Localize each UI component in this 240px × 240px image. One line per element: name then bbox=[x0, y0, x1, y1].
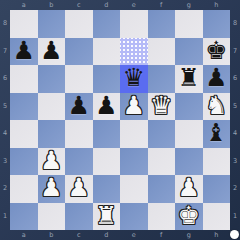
white-pawn[interactable]: ♟ bbox=[40, 175, 62, 200]
square-a8[interactable] bbox=[10, 10, 38, 38]
square-c8[interactable] bbox=[65, 10, 93, 38]
black-king[interactable]: ♚ bbox=[205, 38, 227, 63]
coord-label: c bbox=[65, 0, 93, 10]
square-c4[interactable] bbox=[65, 120, 93, 148]
white-rook[interactable]: ♜ bbox=[95, 203, 117, 228]
square-g8[interactable] bbox=[175, 10, 203, 38]
square-e3[interactable] bbox=[120, 148, 148, 176]
square-e7[interactable] bbox=[120, 38, 148, 66]
white-king[interactable]: ♚ bbox=[178, 203, 200, 228]
coord-label: g bbox=[175, 0, 203, 10]
rank-labels-right: 87654321 bbox=[230, 10, 240, 230]
square-e6[interactable]: ♛ bbox=[120, 65, 148, 93]
coord-label: b bbox=[38, 0, 66, 10]
coord-label: d bbox=[93, 230, 121, 240]
square-f4[interactable] bbox=[148, 120, 176, 148]
square-f7[interactable] bbox=[148, 38, 176, 66]
square-b1[interactable] bbox=[38, 203, 66, 231]
square-g3[interactable] bbox=[175, 148, 203, 176]
square-f3[interactable] bbox=[148, 148, 176, 176]
square-h5[interactable]: ♞ bbox=[203, 93, 231, 121]
coord-label: 4 bbox=[230, 120, 240, 148]
square-c3[interactable] bbox=[65, 148, 93, 176]
square-e4[interactable] bbox=[120, 120, 148, 148]
square-d1[interactable]: ♜ bbox=[93, 203, 121, 231]
square-e2[interactable] bbox=[120, 175, 148, 203]
coord-label: 8 bbox=[230, 10, 240, 38]
black-pawn[interactable]: ♟ bbox=[95, 93, 117, 118]
coord-label: f bbox=[148, 0, 176, 10]
coord-label: b bbox=[38, 230, 66, 240]
white-pawn[interactable]: ♟ bbox=[40, 148, 62, 173]
square-a6[interactable] bbox=[10, 65, 38, 93]
coord-label: 2 bbox=[230, 175, 240, 203]
square-d2[interactable] bbox=[93, 175, 121, 203]
coord-label: 7 bbox=[0, 38, 10, 66]
square-h1[interactable] bbox=[203, 203, 231, 231]
coord-label: 5 bbox=[0, 93, 10, 121]
coord-label: a bbox=[10, 0, 38, 10]
coord-label: 5 bbox=[230, 93, 240, 121]
square-g5[interactable] bbox=[175, 93, 203, 121]
square-h7[interactable]: ♚ bbox=[203, 38, 231, 66]
square-c6[interactable] bbox=[65, 65, 93, 93]
board: ♟♟♚♛♜♟♟♟♟♛♞♝♟♟♟♟♜♚ bbox=[10, 10, 230, 230]
white-pawn[interactable]: ♟ bbox=[178, 175, 200, 200]
square-a5[interactable] bbox=[10, 93, 38, 121]
coord-label: g bbox=[175, 230, 203, 240]
square-c1[interactable] bbox=[65, 203, 93, 231]
square-a3[interactable] bbox=[10, 148, 38, 176]
square-d4[interactable] bbox=[93, 120, 121, 148]
coord-label: 6 bbox=[230, 65, 240, 93]
coord-label: a bbox=[10, 230, 38, 240]
square-d8[interactable] bbox=[93, 10, 121, 38]
coord-label: h bbox=[203, 0, 231, 10]
coord-label: e bbox=[120, 230, 148, 240]
square-b4[interactable] bbox=[38, 120, 66, 148]
square-h4[interactable]: ♝ bbox=[203, 120, 231, 148]
square-g2[interactable]: ♟ bbox=[175, 175, 203, 203]
black-pawn[interactable]: ♟ bbox=[205, 65, 227, 90]
square-b3[interactable]: ♟ bbox=[38, 148, 66, 176]
white-to-move-indicator bbox=[230, 230, 239, 239]
coord-label: 6 bbox=[0, 65, 10, 93]
square-b8[interactable] bbox=[38, 10, 66, 38]
white-queen[interactable]: ♛ bbox=[150, 93, 172, 118]
square-b7[interactable]: ♟ bbox=[38, 38, 66, 66]
square-b5[interactable] bbox=[38, 93, 66, 121]
white-knight[interactable]: ♞ bbox=[205, 93, 227, 118]
square-f5[interactable]: ♛ bbox=[148, 93, 176, 121]
square-d3[interactable] bbox=[93, 148, 121, 176]
square-f2[interactable] bbox=[148, 175, 176, 203]
coord-label: d bbox=[93, 0, 121, 10]
coord-label: 1 bbox=[0, 203, 10, 231]
coord-label: h bbox=[203, 230, 231, 240]
square-g4[interactable] bbox=[175, 120, 203, 148]
rank-labels-left: 87654321 bbox=[0, 10, 10, 230]
coord-label: e bbox=[120, 0, 148, 10]
black-pawn[interactable]: ♟ bbox=[68, 93, 90, 118]
file-labels-bottom: abcdefgh bbox=[10, 230, 230, 240]
square-g7[interactable] bbox=[175, 38, 203, 66]
square-e8[interactable] bbox=[120, 10, 148, 38]
square-d5[interactable]: ♟ bbox=[93, 93, 121, 121]
square-c2[interactable]: ♟ bbox=[65, 175, 93, 203]
coord-label: 8 bbox=[0, 10, 10, 38]
square-f8[interactable] bbox=[148, 10, 176, 38]
coord-label: 2 bbox=[0, 175, 10, 203]
black-rook[interactable]: ♜ bbox=[178, 65, 200, 90]
square-b6[interactable] bbox=[38, 65, 66, 93]
square-f1[interactable] bbox=[148, 203, 176, 231]
square-a2[interactable] bbox=[10, 175, 38, 203]
black-pawn[interactable]: ♟ bbox=[40, 38, 62, 63]
square-f6[interactable] bbox=[148, 65, 176, 93]
white-pawn[interactable]: ♟ bbox=[123, 93, 145, 118]
coord-label: f bbox=[148, 230, 176, 240]
square-c5[interactable]: ♟ bbox=[65, 93, 93, 121]
square-e5[interactable]: ♟ bbox=[120, 93, 148, 121]
file-labels-top: abcdefgh bbox=[10, 0, 230, 10]
square-a1[interactable] bbox=[10, 203, 38, 231]
square-a4[interactable] bbox=[10, 120, 38, 148]
coord-label: 7 bbox=[230, 38, 240, 66]
coord-label: 4 bbox=[0, 120, 10, 148]
square-b2[interactable]: ♟ bbox=[38, 175, 66, 203]
square-g1[interactable]: ♚ bbox=[175, 203, 203, 231]
coord-label: 3 bbox=[230, 148, 240, 176]
square-c7[interactable] bbox=[65, 38, 93, 66]
square-a7[interactable]: ♟ bbox=[10, 38, 38, 66]
coord-label: 1 bbox=[230, 203, 240, 231]
square-d6[interactable] bbox=[93, 65, 121, 93]
black-queen[interactable]: ♛ bbox=[123, 65, 145, 90]
square-h3[interactable] bbox=[203, 148, 231, 176]
square-g6[interactable]: ♜ bbox=[175, 65, 203, 93]
black-pawn[interactable]: ♟ bbox=[13, 38, 35, 63]
square-d7[interactable] bbox=[93, 38, 121, 66]
black-bishop[interactable]: ♝ bbox=[205, 120, 227, 145]
coord-label: c bbox=[65, 230, 93, 240]
square-e1[interactable] bbox=[120, 203, 148, 231]
board-frame: abcdefgh 87654321 ♟♟♚♛♜♟♟♟♟♛♞♝♟♟♟♟♜♚ 876… bbox=[0, 0, 240, 240]
square-h2[interactable] bbox=[203, 175, 231, 203]
square-h8[interactable] bbox=[203, 10, 231, 38]
square-h6[interactable]: ♟ bbox=[203, 65, 231, 93]
white-pawn[interactable]: ♟ bbox=[68, 175, 90, 200]
coord-label: 3 bbox=[0, 148, 10, 176]
